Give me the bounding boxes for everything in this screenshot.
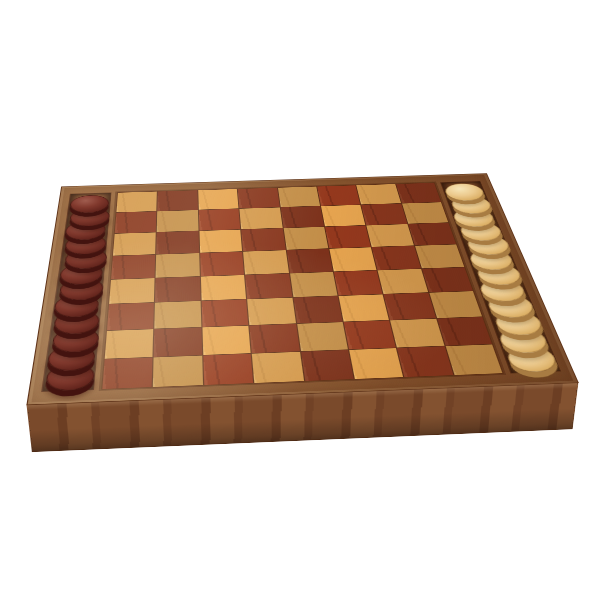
square-g7[interactable] [361,204,407,225]
square-a1[interactable] [102,358,153,389]
square-b6[interactable] [157,231,199,254]
square-e8[interactable] [278,187,320,207]
dark-checker-piece[interactable] [45,363,96,392]
square-b5[interactable] [156,253,200,277]
square-d2[interactable] [250,324,300,353]
square-a2[interactable] [105,329,154,358]
board-grid [101,182,504,389]
square-d5[interactable] [243,250,288,274]
square-f3[interactable] [339,295,390,322]
square-d8[interactable] [238,188,279,208]
square-e5[interactable] [286,249,332,273]
square-b2[interactable] [154,328,202,357]
square-c4[interactable] [201,275,247,301]
square-g1[interactable] [397,346,453,377]
dark-checker-piece[interactable] [53,310,101,335]
light-checker-piece[interactable] [477,278,528,301]
square-e7[interactable] [280,206,324,228]
square-h4[interactable] [422,267,473,292]
square-c5[interactable] [200,252,244,276]
square-a5[interactable] [111,254,155,279]
square-d6[interactable] [241,228,285,251]
photo-background [0,0,600,600]
square-e3[interactable] [293,296,342,323]
square-c1[interactable] [203,354,253,385]
box-front-face [26,382,578,452]
square-f4[interactable] [334,270,383,296]
light-checker-piece[interactable] [492,310,545,335]
square-h7[interactable] [402,202,448,223]
square-a6[interactable] [113,232,156,255]
square-g6[interactable] [367,224,414,247]
square-c3[interactable] [201,300,248,327]
square-h2[interactable] [437,317,492,346]
square-g5[interactable] [372,246,420,270]
dark-checker-piece[interactable] [53,293,100,317]
square-d1[interactable] [252,352,304,383]
square-h6[interactable] [408,223,456,246]
square-f6[interactable] [325,225,371,248]
square-d7[interactable] [240,207,283,229]
square-e4[interactable] [290,272,338,298]
square-d3[interactable] [247,298,295,325]
square-f5[interactable] [329,247,376,271]
square-f8[interactable] [317,185,360,205]
square-e2[interactable] [297,322,348,351]
dark-checker-piece[interactable] [46,344,96,371]
square-f1[interactable] [349,348,403,379]
square-c6[interactable] [199,230,242,253]
square-b7[interactable] [157,210,198,232]
square-a8[interactable] [116,192,157,213]
checkers-board-box [26,173,578,405]
square-f7[interactable] [321,205,366,226]
square-a4[interactable] [109,278,155,304]
light-checker-piece[interactable] [496,328,551,354]
square-b3[interactable] [155,301,201,329]
square-g2[interactable] [390,319,444,348]
square-a7[interactable] [115,211,157,233]
square-g4[interactable] [378,269,428,294]
left-piece-tray [41,193,112,393]
square-c8[interactable] [198,189,239,210]
square-g8[interactable] [356,184,400,204]
square-g3[interactable] [384,293,436,320]
square-h3[interactable] [429,291,482,318]
square-f2[interactable] [344,321,396,350]
light-checker-piece[interactable] [504,345,560,372]
square-d4[interactable] [245,273,292,299]
square-a3[interactable] [107,303,154,331]
square-h8[interactable] [396,183,441,203]
square-b1[interactable] [153,356,203,387]
square-h5[interactable] [415,244,465,268]
dark-checker-piece[interactable] [51,327,100,353]
square-c2[interactable] [202,326,251,355]
square-e6[interactable] [283,227,328,250]
square-b4[interactable] [155,276,200,302]
square-h1[interactable] [445,345,502,376]
square-e1[interactable] [301,350,354,381]
light-checker-piece[interactable] [485,294,537,318]
dark-checker-piece[interactable] [59,278,105,301]
square-b8[interactable] [158,190,198,211]
square-c7[interactable] [199,209,241,231]
